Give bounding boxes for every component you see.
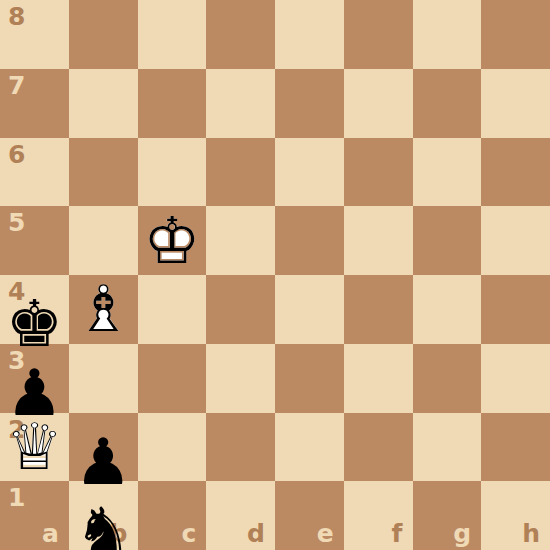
square-a7[interactable]: 7 [0, 69, 69, 138]
square-d3[interactable] [206, 344, 275, 413]
square-e6[interactable] [275, 138, 344, 207]
square-c8[interactable] [138, 0, 207, 69]
white-piece-outline-layer: ♗ [69, 277, 138, 341]
square-e4[interactable] [275, 275, 344, 344]
file-label-g: g [453, 521, 471, 546]
square-g6[interactable] [413, 138, 482, 207]
square-e3[interactable] [275, 344, 344, 413]
square-d8[interactable] [206, 0, 275, 69]
square-d5[interactable] [206, 206, 275, 275]
square-f4[interactable] [344, 275, 413, 344]
file-label-f: f [392, 521, 403, 546]
square-a4[interactable]: 4♚ [0, 275, 69, 344]
square-c4[interactable] [138, 275, 207, 344]
square-b8[interactable] [69, 0, 138, 69]
square-e5[interactable] [275, 206, 344, 275]
rank-label-8: 8 [8, 4, 25, 29]
square-b5[interactable] [69, 206, 138, 275]
square-a5[interactable]: 5 [0, 206, 69, 275]
square-g2[interactable] [413, 413, 482, 482]
square-h6[interactable] [481, 138, 550, 207]
piece-white-queen[interactable]: ♛♕ [0, 413, 69, 482]
rank-label-7: 7 [8, 73, 25, 98]
piece-black-pawn[interactable]: ♟ [69, 430, 138, 464]
file-label-h: h [522, 521, 540, 546]
square-a2[interactable]: 2♛♕ [0, 413, 69, 482]
square-b2[interactable]: ♟ [69, 413, 138, 482]
square-b7[interactable] [69, 69, 138, 138]
rank-label-5: 5 [8, 210, 25, 235]
square-a6[interactable]: 6 [0, 138, 69, 207]
file-label-c: c [181, 521, 196, 546]
piece-black-pawn[interactable]: ♟ [0, 361, 69, 395]
square-g1[interactable]: g [413, 481, 482, 550]
square-d4[interactable] [206, 275, 275, 344]
piece-white-king[interactable]: ♚♔ [138, 206, 207, 275]
square-g8[interactable] [413, 0, 482, 69]
square-b6[interactable] [69, 138, 138, 207]
chess-board: 8765♚♔4♚♝♗3♟2♛♕♟1ab♞cdefgh [0, 0, 550, 550]
piece-white-bishop[interactable]: ♝♗ [69, 275, 138, 344]
square-f3[interactable] [344, 344, 413, 413]
square-a1[interactable]: 1a [0, 481, 69, 550]
square-d2[interactable] [206, 413, 275, 482]
square-h1[interactable]: h [481, 481, 550, 550]
square-c2[interactable] [138, 413, 207, 482]
square-e7[interactable] [275, 69, 344, 138]
square-d7[interactable] [206, 69, 275, 138]
square-e8[interactable] [275, 0, 344, 69]
square-a8[interactable]: 8 [0, 0, 69, 69]
square-h8[interactable] [481, 0, 550, 69]
square-c6[interactable] [138, 138, 207, 207]
square-d1[interactable]: d [206, 481, 275, 550]
square-f6[interactable] [344, 138, 413, 207]
square-f2[interactable] [344, 413, 413, 482]
square-e1[interactable]: e [275, 481, 344, 550]
file-label-a: a [42, 521, 59, 546]
square-c1[interactable]: c [138, 481, 207, 550]
white-piece-outline-layer: ♔ [138, 209, 207, 273]
square-h4[interactable] [481, 275, 550, 344]
square-g7[interactable] [413, 69, 482, 138]
square-g3[interactable] [413, 344, 482, 413]
square-c7[interactable] [138, 69, 207, 138]
file-label-e: e [317, 521, 334, 546]
square-h3[interactable] [481, 344, 550, 413]
square-g5[interactable] [413, 206, 482, 275]
square-b4[interactable]: ♝♗ [69, 275, 138, 344]
square-f7[interactable] [344, 69, 413, 138]
square-c5[interactable]: ♚♔ [138, 206, 207, 275]
square-d6[interactable] [206, 138, 275, 207]
white-piece-outline-layer: ♕ [0, 415, 69, 479]
square-f1[interactable]: f [344, 481, 413, 550]
square-e2[interactable] [275, 413, 344, 482]
square-g4[interactable] [413, 275, 482, 344]
piece-black-knight[interactable]: ♞ [69, 498, 138, 532]
square-h2[interactable] [481, 413, 550, 482]
file-label-d: d [247, 521, 265, 546]
square-f5[interactable] [344, 206, 413, 275]
piece-black-king[interactable]: ♚ [0, 292, 69, 326]
square-c3[interactable] [138, 344, 207, 413]
square-h7[interactable] [481, 69, 550, 138]
square-b3[interactable] [69, 344, 138, 413]
square-f8[interactable] [344, 0, 413, 69]
square-h5[interactable] [481, 206, 550, 275]
rank-label-1: 1 [8, 485, 25, 510]
rank-label-6: 6 [8, 142, 25, 167]
